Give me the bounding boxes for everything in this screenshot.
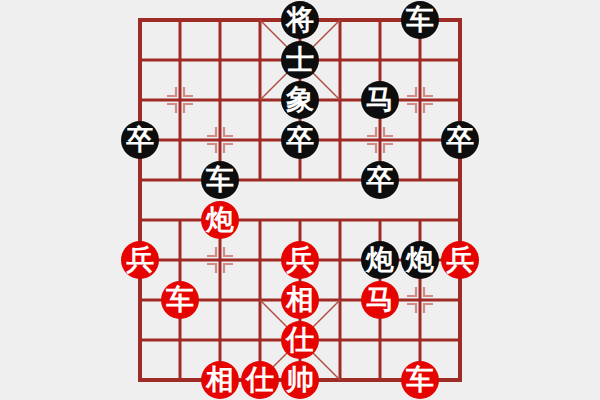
piece-glyph: 卒 (441, 121, 479, 159)
piece-black-advisor[interactable]: 士 (280, 40, 320, 80)
piece-glyph: 象 (281, 81, 319, 119)
piece-black-pawn[interactable]: 卒 (440, 120, 480, 160)
piece-glyph: 仕 (241, 361, 279, 399)
xiangqi-game-screen: 将车士象马卒卒卒车卒炮兵兵炮炮兵车相马仕相仕帅车 (0, 0, 600, 400)
piece-glyph: 炮 (361, 241, 399, 279)
piece-glyph: 卒 (281, 121, 319, 159)
piece-glyph: 炮 (201, 201, 239, 239)
piece-black-chariot[interactable]: 车 (200, 160, 240, 200)
piece-glyph: 车 (201, 161, 239, 199)
piece-red-advisor[interactable]: 仕 (280, 320, 320, 360)
xiangqi-board[interactable]: 将车士象马卒卒卒车卒炮兵兵炮炮兵车相马仕相仕帅车 (120, 0, 480, 400)
piece-glyph: 帅 (281, 361, 319, 399)
piece-glyph: 兵 (121, 241, 159, 279)
piece-glyph: 士 (281, 41, 319, 79)
piece-red-general[interactable]: 帅 (280, 360, 320, 400)
piece-glyph: 车 (401, 1, 439, 39)
piece-red-pawn[interactable]: 兵 (440, 240, 480, 280)
piece-glyph: 马 (361, 281, 399, 319)
piece-glyph: 车 (401, 361, 439, 399)
piece-black-horse[interactable]: 马 (360, 80, 400, 120)
piece-red-chariot[interactable]: 车 (400, 360, 440, 400)
piece-black-cannon[interactable]: 炮 (360, 240, 400, 280)
piece-red-elephant[interactable]: 相 (280, 280, 320, 320)
piece-black-general[interactable]: 将 (280, 0, 320, 40)
piece-glyph: 将 (281, 1, 319, 39)
piece-black-pawn[interactable]: 卒 (280, 120, 320, 160)
piece-red-pawn[interactable]: 兵 (280, 240, 320, 280)
piece-glyph: 相 (281, 281, 319, 319)
piece-black-pawn[interactable]: 卒 (120, 120, 160, 160)
piece-glyph: 相 (201, 361, 239, 399)
piece-glyph: 仕 (281, 321, 319, 359)
piece-red-cannon[interactable]: 炮 (200, 200, 240, 240)
piece-black-chariot[interactable]: 车 (400, 0, 440, 40)
piece-glyph: 兵 (281, 241, 319, 279)
piece-black-pawn[interactable]: 卒 (360, 160, 400, 200)
piece-glyph: 卒 (121, 121, 159, 159)
piece-red-advisor[interactable]: 仕 (240, 360, 280, 400)
piece-red-elephant[interactable]: 相 (200, 360, 240, 400)
piece-glyph: 车 (161, 281, 199, 319)
piece-glyph: 炮 (401, 241, 439, 279)
piece-red-pawn[interactable]: 兵 (120, 240, 160, 280)
piece-black-elephant[interactable]: 象 (280, 80, 320, 120)
piece-black-cannon[interactable]: 炮 (400, 240, 440, 280)
piece-red-chariot[interactable]: 车 (160, 280, 200, 320)
piece-glyph: 卒 (361, 161, 399, 199)
piece-glyph: 兵 (441, 241, 479, 279)
piece-glyph: 马 (361, 81, 399, 119)
piece-red-horse[interactable]: 马 (360, 280, 400, 320)
